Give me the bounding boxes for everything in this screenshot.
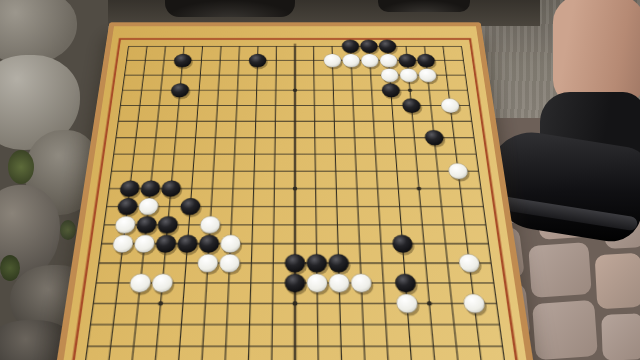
stone-white[interactable] <box>440 98 460 112</box>
go-photo-scene <box>0 0 640 360</box>
stone-white[interactable] <box>396 294 418 313</box>
stone-black[interactable] <box>417 54 436 67</box>
go-board[interactable] <box>48 22 542 360</box>
moss-patch <box>8 150 34 184</box>
stone-white[interactable] <box>307 274 328 293</box>
stone-black[interactable] <box>392 235 413 253</box>
stone-black[interactable] <box>398 54 417 67</box>
stone-white[interactable] <box>463 294 486 313</box>
stone-white[interactable] <box>329 274 350 293</box>
cobble-tile <box>595 253 640 309</box>
stone-black[interactable] <box>342 40 360 53</box>
cobble-tile <box>528 242 591 298</box>
stone-white[interactable] <box>418 68 437 82</box>
stone-black[interactable] <box>395 274 417 293</box>
stone-white[interactable] <box>399 68 418 82</box>
stone-black[interactable] <box>424 130 444 145</box>
stone-bowl-left <box>165 0 295 17</box>
stone-bowl-right <box>378 0 470 12</box>
stone-white[interactable] <box>220 235 241 253</box>
stone-white[interactable] <box>324 54 342 67</box>
cobble-tile <box>532 300 598 360</box>
go-board-svg[interactable] <box>57 26 532 360</box>
stone-black[interactable] <box>381 83 400 97</box>
moss-patch <box>0 255 20 281</box>
stone-white[interactable] <box>379 54 397 67</box>
stone-black[interactable] <box>307 254 328 272</box>
stone-black[interactable] <box>249 54 267 67</box>
stone-white[interactable] <box>219 254 240 272</box>
stone-white[interactable] <box>458 254 480 272</box>
stone-black[interactable] <box>285 274 306 293</box>
cobble-tile <box>601 313 640 360</box>
stone-black[interactable] <box>285 254 305 272</box>
stone-white[interactable] <box>380 68 399 82</box>
moss-patch <box>60 220 76 240</box>
stone-black[interactable] <box>402 98 421 112</box>
stone-black[interactable] <box>378 40 396 53</box>
stone-white[interactable] <box>448 163 469 179</box>
grid-lines <box>71 39 520 360</box>
stone-black[interactable] <box>328 254 349 272</box>
stone-white[interactable] <box>342 54 360 67</box>
stone-white[interactable] <box>351 274 372 293</box>
